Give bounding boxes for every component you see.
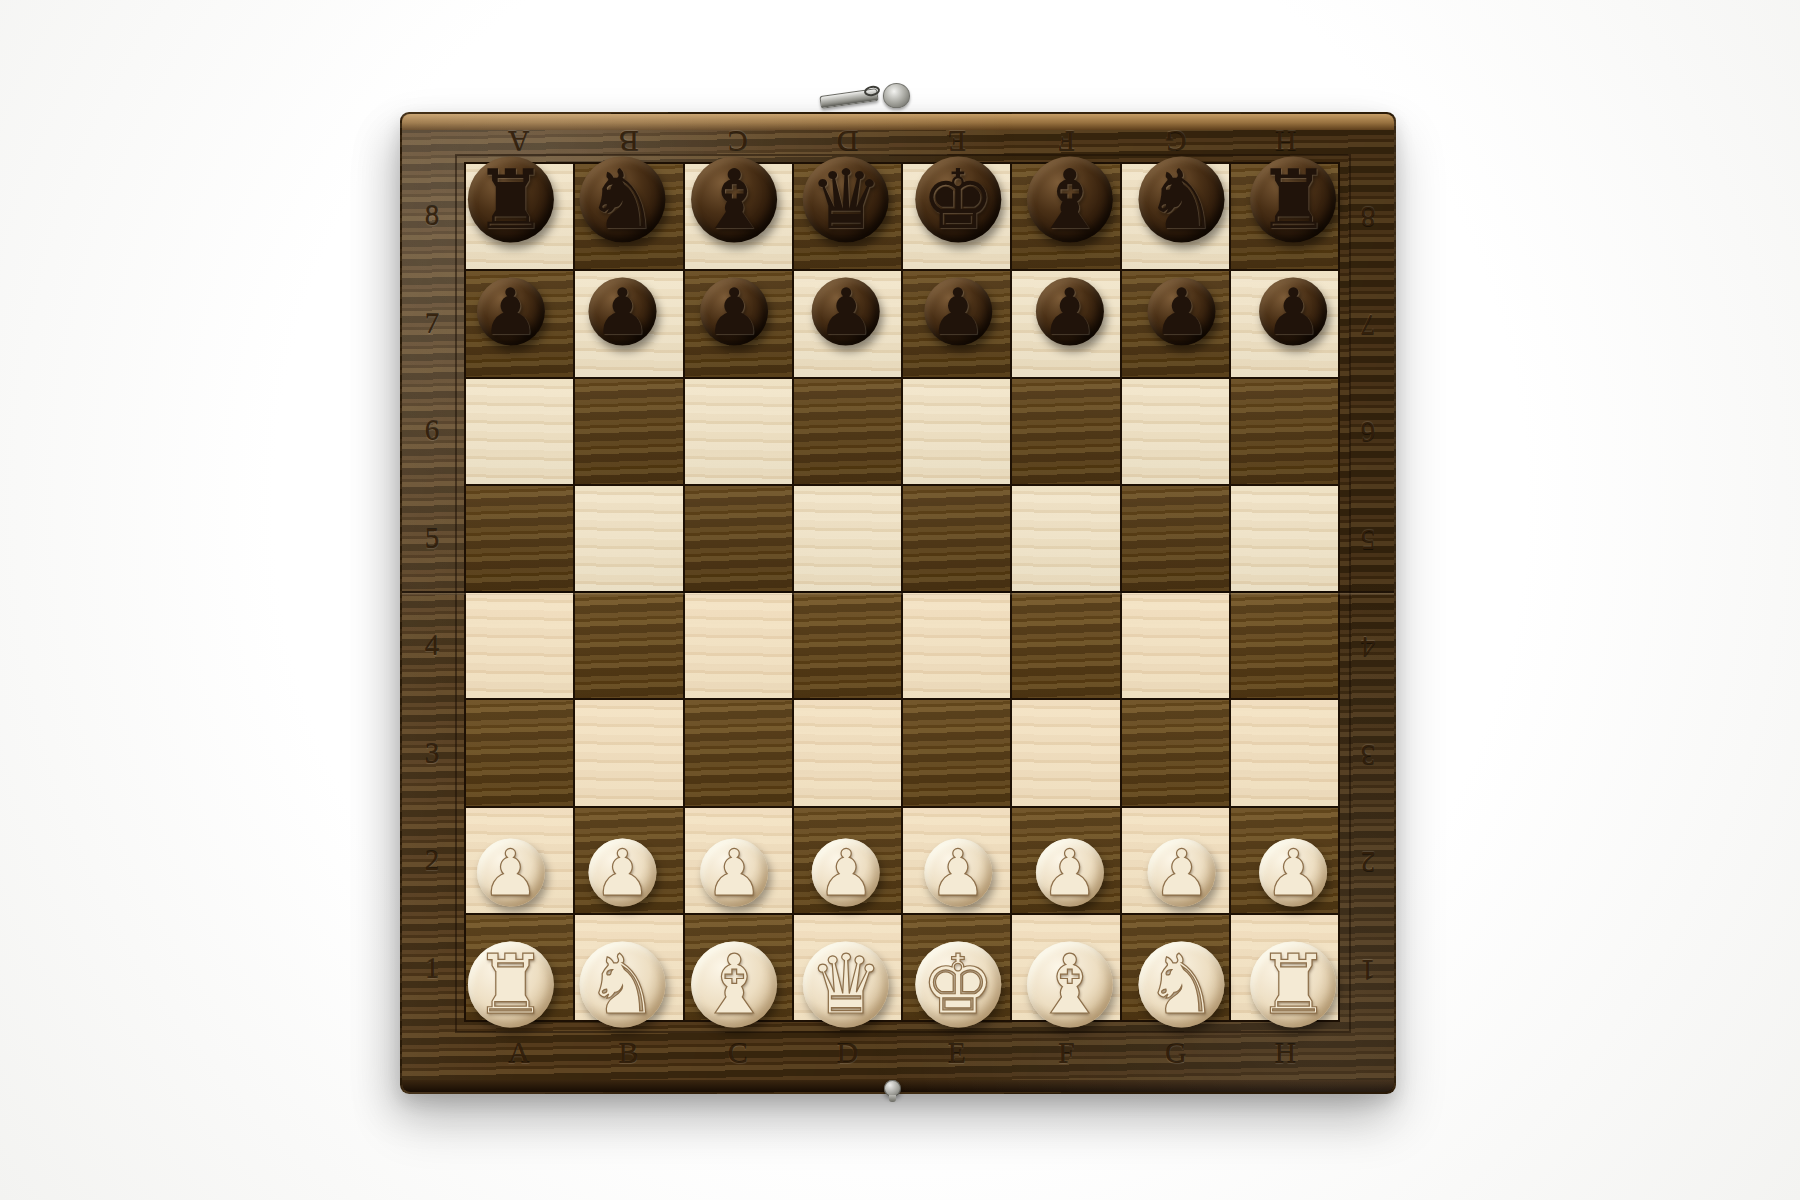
- white-knight-glyph: ♞: [586, 944, 660, 1026]
- square-h2[interactable]: ♟: [1231, 808, 1338, 913]
- square-a6[interactable]: [466, 379, 573, 484]
- white-knight-glyph: ♞: [1145, 944, 1219, 1026]
- piece-white-bishop[interactable]: ♝: [681, 932, 788, 1037]
- rank-left-label-4-4: 4: [402, 592, 462, 700]
- white-pawn-glyph: ♟: [594, 841, 651, 905]
- piece-white-pawn[interactable]: ♟: [904, 820, 1011, 925]
- square-e2[interactable]: ♟: [903, 808, 1010, 913]
- piece-white-pawn[interactable]: ♟: [1128, 820, 1235, 925]
- piece-white-king[interactable]: ♚: [904, 932, 1011, 1037]
- square-g3[interactable]: [1122, 700, 1229, 805]
- black-pawn-glyph: ♟: [1265, 279, 1322, 343]
- square-f1[interactable]: ♝: [1012, 915, 1119, 1020]
- piece-black-rook[interactable]: ♜: [457, 147, 564, 252]
- square-h6[interactable]: [1231, 379, 1338, 484]
- square-b4[interactable]: [575, 593, 682, 698]
- square-h4[interactable]: [1231, 593, 1338, 698]
- square-e1[interactable]: ♚: [903, 915, 1010, 1020]
- white-pawn-glyph: ♟: [929, 841, 986, 905]
- white-pawn-glyph: ♟: [817, 841, 874, 905]
- white-pawn-glyph: ♟: [482, 841, 539, 905]
- piece-black-pawn[interactable]: ♟: [904, 259, 1011, 364]
- black-pawn-glyph: ♟: [706, 279, 763, 343]
- black-rook-glyph: ♜: [1257, 158, 1331, 240]
- white-king-glyph: ♚: [921, 944, 995, 1026]
- square-g6[interactable]: [1122, 379, 1229, 484]
- chess-board: ABCDEFGH ABCDEFGH 87654321 87654321 ♜♞♝♛…: [400, 112, 1396, 1094]
- square-a8[interactable]: ♜: [466, 164, 573, 269]
- photo-scene: ABCDEFGH ABCDEFGH 87654321 87654321 ♜♞♝♛…: [0, 0, 1800, 1200]
- white-rook-glyph: ♜: [1257, 944, 1331, 1026]
- square-g8[interactable]: ♞: [1122, 164, 1229, 269]
- piece-black-bishop[interactable]: ♝: [1016, 147, 1123, 252]
- square-f3[interactable]: [1012, 700, 1119, 805]
- piece-white-rook[interactable]: ♜: [457, 932, 564, 1037]
- square-e7[interactable]: ♟: [903, 271, 1010, 376]
- piece-black-pawn[interactable]: ♟: [569, 259, 676, 364]
- square-g7[interactable]: ♟: [1122, 271, 1229, 376]
- square-c7[interactable]: ♟: [685, 271, 792, 376]
- square-a3[interactable]: [466, 700, 573, 805]
- black-pawn-glyph: ♟: [482, 279, 539, 343]
- white-pawn-glyph: ♟: [1265, 841, 1322, 905]
- square-d8[interactable]: ♛: [794, 164, 901, 269]
- piece-white-pawn[interactable]: ♟: [1240, 820, 1347, 925]
- square-e5[interactable]: [903, 486, 1010, 591]
- rank-right-label-3-5: 3: [1338, 700, 1398, 808]
- square-b3[interactable]: [575, 700, 682, 805]
- black-pawn-glyph: ♟: [1153, 279, 1210, 343]
- piece-white-pawn[interactable]: ♟: [681, 820, 788, 925]
- piece-white-knight[interactable]: ♞: [569, 932, 676, 1037]
- black-knight-glyph: ♞: [1145, 158, 1219, 240]
- black-bishop-glyph: ♝: [1033, 158, 1107, 240]
- piece-black-pawn[interactable]: ♟: [792, 259, 899, 364]
- white-bishop-glyph: ♝: [697, 944, 771, 1026]
- square-c6[interactable]: [685, 379, 792, 484]
- black-king-glyph: ♚: [921, 158, 995, 240]
- square-e8[interactable]: ♚: [903, 164, 1010, 269]
- square-e3[interactable]: [903, 700, 1010, 805]
- white-pawn-glyph: ♟: [1041, 841, 1098, 905]
- square-f7[interactable]: ♟: [1012, 271, 1119, 376]
- square-h7[interactable]: ♟: [1231, 271, 1338, 376]
- black-bishop-glyph: ♝: [697, 158, 771, 240]
- square-g1[interactable]: ♞: [1122, 915, 1229, 1020]
- square-f5[interactable]: [1012, 486, 1119, 591]
- square-c1[interactable]: ♝: [685, 915, 792, 1020]
- piece-white-pawn[interactable]: ♟: [457, 820, 564, 925]
- black-knight-glyph: ♞: [586, 158, 660, 240]
- square-a4[interactable]: [466, 593, 573, 698]
- square-d2[interactable]: ♟: [794, 808, 901, 913]
- square-c5[interactable]: [685, 486, 792, 591]
- black-pawn-glyph: ♟: [594, 279, 651, 343]
- clasp-hook-icon: [863, 85, 880, 98]
- rank-left-label-3-5: 3: [402, 700, 462, 808]
- square-a7[interactable]: ♟: [466, 271, 573, 376]
- rank-left-label-7-1: 7: [402, 270, 462, 378]
- black-pawn-glyph: ♟: [929, 279, 986, 343]
- fold-seam: [402, 591, 1394, 595]
- piece-black-pawn[interactable]: ♟: [457, 259, 564, 364]
- square-c2[interactable]: ♟: [685, 808, 792, 913]
- square-b1[interactable]: ♞: [575, 915, 682, 1020]
- square-b8[interactable]: ♞: [575, 164, 682, 269]
- black-pawn-glyph: ♟: [817, 279, 874, 343]
- piece-white-queen[interactable]: ♛: [792, 932, 899, 1037]
- rank-right-label-6-2: 6: [1338, 377, 1398, 485]
- square-d6[interactable]: [794, 379, 901, 484]
- piece-black-knight[interactable]: ♞: [569, 147, 676, 252]
- square-g2[interactable]: ♟: [1122, 808, 1229, 913]
- clasp-knob: [883, 83, 910, 108]
- piece-white-pawn[interactable]: ♟: [792, 820, 899, 925]
- square-f8[interactable]: ♝: [1012, 164, 1119, 269]
- square-a5[interactable]: [466, 486, 573, 591]
- square-a1[interactable]: ♜: [466, 915, 573, 1020]
- piece-black-pawn[interactable]: ♟: [681, 259, 788, 364]
- square-e6[interactable]: [903, 379, 1010, 484]
- square-c4[interactable]: [685, 593, 792, 698]
- square-h3[interactable]: [1231, 700, 1338, 805]
- square-d7[interactable]: ♟: [794, 271, 901, 376]
- square-b6[interactable]: [575, 379, 682, 484]
- square-e4[interactable]: [903, 593, 1010, 698]
- rank-left-label-6-2: 6: [402, 377, 462, 485]
- square-c8[interactable]: ♝: [685, 164, 792, 269]
- piece-black-knight[interactable]: ♞: [1128, 147, 1235, 252]
- piece-black-pawn[interactable]: ♟: [1016, 259, 1123, 364]
- white-queen-glyph: ♛: [809, 944, 883, 1026]
- square-b2[interactable]: ♟: [575, 808, 682, 913]
- piece-black-king[interactable]: ♚: [904, 147, 1011, 252]
- piece-black-pawn[interactable]: ♟: [1240, 259, 1347, 364]
- black-rook-glyph: ♜: [474, 158, 548, 240]
- white-pawn-glyph: ♟: [706, 841, 763, 905]
- piece-white-bishop[interactable]: ♝: [1016, 932, 1123, 1037]
- piece-white-rook[interactable]: ♜: [1240, 932, 1347, 1037]
- piece-white-knight[interactable]: ♞: [1128, 932, 1235, 1037]
- rank-right-label-5-3: 5: [1338, 485, 1398, 593]
- hinge-screw: [884, 1080, 901, 1097]
- square-f4[interactable]: [1012, 593, 1119, 698]
- black-queen-glyph: ♛: [809, 158, 883, 240]
- piece-black-pawn[interactable]: ♟: [1128, 259, 1235, 364]
- piece-black-bishop[interactable]: ♝: [681, 147, 788, 252]
- square-h8[interactable]: ♜: [1231, 164, 1338, 269]
- white-pawn-glyph: ♟: [1153, 841, 1210, 905]
- piece-black-rook[interactable]: ♜: [1240, 147, 1347, 252]
- square-a2[interactable]: ♟: [466, 808, 573, 913]
- square-c3[interactable]: [685, 700, 792, 805]
- rank-left-label-1-7: 1: [402, 915, 462, 1023]
- piece-black-queen[interactable]: ♛: [792, 147, 899, 252]
- square-d4[interactable]: [794, 593, 901, 698]
- square-h5[interactable]: [1231, 486, 1338, 591]
- rank-right-label-4-4: 4: [1338, 592, 1398, 700]
- square-d5[interactable]: [794, 486, 901, 591]
- white-bishop-glyph: ♝: [1033, 944, 1107, 1026]
- square-g5[interactable]: [1122, 486, 1229, 591]
- rank-left-label-2-6: 2: [402, 807, 462, 915]
- piece-white-pawn[interactable]: ♟: [1016, 820, 1123, 925]
- black-pawn-glyph: ♟: [1041, 279, 1098, 343]
- square-b7[interactable]: ♟: [575, 271, 682, 376]
- square-d3[interactable]: [794, 700, 901, 805]
- square-g4[interactable]: [1122, 593, 1229, 698]
- square-b5[interactable]: [575, 486, 682, 591]
- rank-left-label-5-3: 5: [402, 485, 462, 593]
- square-f6[interactable]: [1012, 379, 1119, 484]
- rank-left-label-8-0: 8: [402, 162, 462, 270]
- square-d1[interactable]: ♛: [794, 915, 901, 1020]
- white-rook-glyph: ♜: [474, 944, 548, 1026]
- square-h1[interactable]: ♜: [1231, 915, 1338, 1020]
- piece-white-pawn[interactable]: ♟: [569, 820, 676, 925]
- square-f2[interactable]: ♟: [1012, 808, 1119, 913]
- clasp: [820, 78, 916, 114]
